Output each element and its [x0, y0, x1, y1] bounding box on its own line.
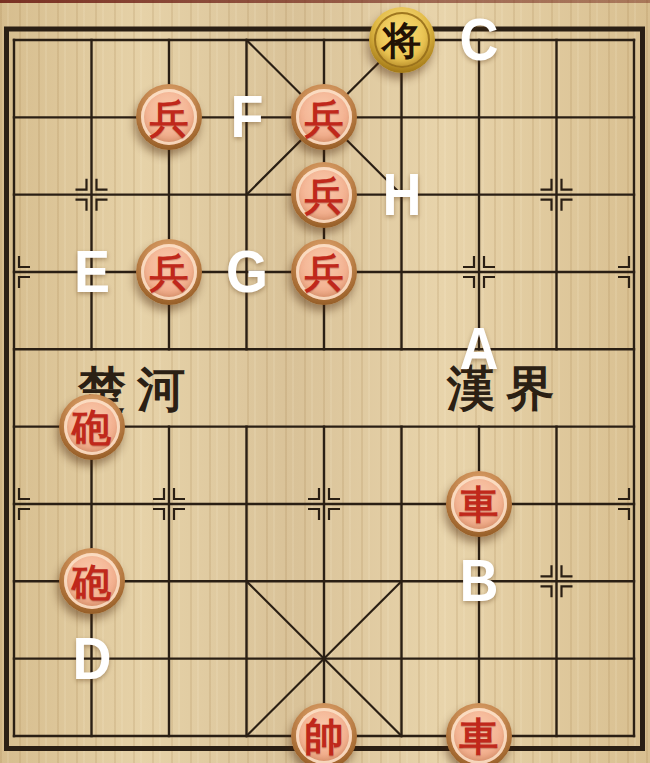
piece-glyph: 兵: [150, 253, 189, 292]
piece-red-soldier[interactable]: 兵: [291, 239, 357, 305]
piece-face: 車: [451, 476, 507, 532]
piece-red-soldier[interactable]: 兵: [136, 84, 202, 150]
piece-red-cannon[interactable]: 砲: [59, 548, 125, 614]
piece-face: 兵: [296, 89, 352, 145]
piece-glyph: 帥: [305, 717, 344, 756]
move-label-H: H: [369, 159, 434, 231]
piece-red-chariot[interactable]: 車: [446, 471, 512, 537]
piece-face: 兵: [141, 244, 197, 300]
piece-glyph: 将: [382, 21, 421, 60]
move-label-E: E: [59, 236, 124, 308]
piece-glyph: 砲: [72, 408, 111, 447]
piece-face: 兵: [296, 244, 352, 300]
piece-red-marshal[interactable]: 帥: [291, 703, 357, 763]
piece-face: 砲: [64, 553, 120, 609]
piece-face: 兵: [141, 89, 197, 145]
move-label-B: B: [447, 545, 512, 617]
move-label-D: D: [59, 623, 124, 695]
piece-glyph: 車: [460, 717, 499, 756]
piece-black-general[interactable]: 将: [369, 7, 435, 73]
move-label-G: G: [214, 236, 279, 308]
board-intersection-grid: 将兵兵兵兵兵砲車砲帥車ABCDEFGH: [0, 1, 650, 763]
move-label-F: F: [214, 81, 279, 153]
move-label-C: C: [447, 4, 512, 76]
piece-glyph: 兵: [150, 99, 189, 138]
piece-glyph: 兵: [305, 176, 344, 215]
piece-red-soldier[interactable]: 兵: [291, 84, 357, 150]
piece-face: 帥: [296, 708, 352, 763]
piece-red-soldier[interactable]: 兵: [291, 162, 357, 228]
piece-face: 砲: [64, 399, 120, 455]
piece-glyph: 車: [460, 485, 499, 524]
piece-red-chariot[interactable]: 車: [446, 703, 512, 763]
piece-face: 車: [451, 708, 507, 763]
piece-face: 将: [374, 12, 430, 68]
piece-face: 兵: [296, 167, 352, 223]
move-label-A: A: [447, 313, 512, 385]
piece-red-soldier[interactable]: 兵: [136, 239, 202, 305]
piece-glyph: 兵: [305, 253, 344, 292]
piece-glyph: 兵: [305, 99, 344, 138]
piece-red-cannon[interactable]: 砲: [59, 394, 125, 460]
piece-glyph: 砲: [72, 563, 111, 602]
xiangqi-board-screenshot: 楚河 漢界 将兵兵兵兵兵砲車砲帥車ABCDEFGH: [0, 0, 650, 763]
